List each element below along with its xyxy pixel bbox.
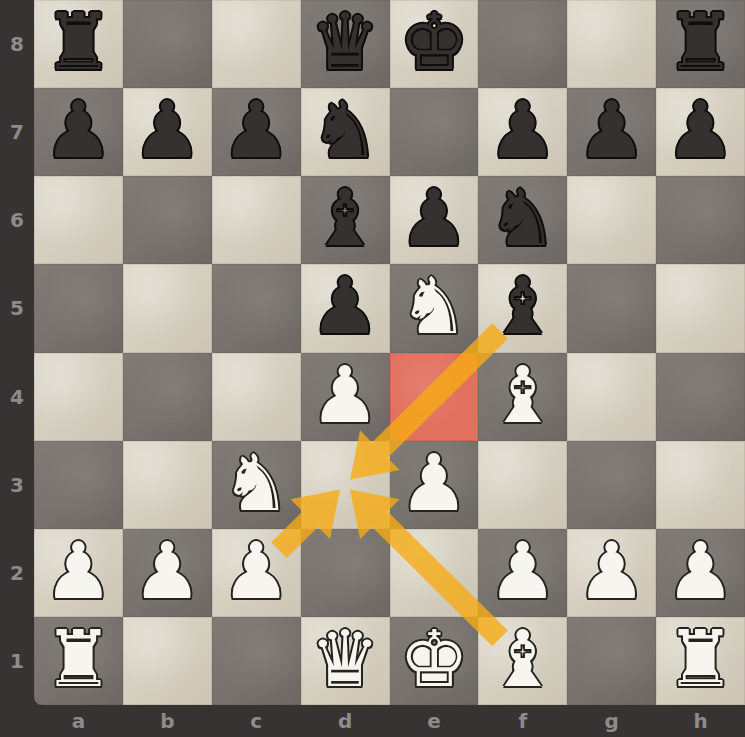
square-g4[interactable] (567, 353, 656, 441)
square-f4[interactable]: ♝ (478, 353, 567, 441)
file-label-b: b (123, 705, 212, 737)
square-c1[interactable] (212, 617, 301, 705)
piece-white-king[interactable]: ♚ (390, 617, 479, 705)
file-label-f: f (478, 705, 567, 737)
piece-white-queen[interactable]: ♛ (301, 617, 390, 705)
piece-white-rook[interactable]: ♜ (656, 617, 745, 705)
square-e5[interactable]: ♞ (390, 264, 479, 352)
square-e6[interactable]: ♟ (390, 176, 479, 264)
square-e2[interactable] (390, 529, 479, 617)
square-b6[interactable] (123, 176, 212, 264)
square-e1[interactable]: ♚ (390, 617, 479, 705)
square-f5[interactable]: ♝ (478, 264, 567, 352)
square-d3[interactable] (301, 441, 390, 529)
square-h6[interactable] (656, 176, 745, 264)
square-f2[interactable]: ♟ (478, 529, 567, 617)
piece-black-knight[interactable]: ♞ (301, 88, 390, 176)
square-e8[interactable]: ♚ (390, 0, 479, 88)
square-f3[interactable] (478, 441, 567, 529)
square-b2[interactable]: ♟ (123, 529, 212, 617)
square-h1[interactable]: ♜ (656, 617, 745, 705)
square-d2[interactable] (301, 529, 390, 617)
square-e7[interactable] (390, 88, 479, 176)
piece-white-pawn[interactable]: ♟ (212, 529, 301, 617)
piece-black-queen[interactable]: ♛ (301, 0, 390, 88)
square-f8[interactable] (478, 0, 567, 88)
file-label-a: a (34, 705, 123, 737)
square-b7[interactable]: ♟ (123, 88, 212, 176)
rank-label-7: 7 (0, 88, 34, 176)
file-label-e: e (390, 705, 479, 737)
chess-board: ♜♛♚♜♟♟♟♞♟♟♟♝♟♞♟♞♝♟♝♞♟♟♟♟♟♟♟♜♛♚♝♜ (34, 0, 745, 705)
piece-white-pawn[interactable]: ♟ (301, 353, 390, 441)
piece-black-pawn[interactable]: ♟ (301, 264, 390, 352)
piece-white-pawn[interactable]: ♟ (34, 529, 123, 617)
piece-black-king[interactable]: ♚ (390, 0, 479, 88)
square-b4[interactable] (123, 353, 212, 441)
square-c8[interactable] (212, 0, 301, 88)
square-g1[interactable] (567, 617, 656, 705)
rank-label-1: 1 (0, 617, 34, 705)
file-label-h: h (656, 705, 745, 737)
square-f7[interactable]: ♟ (478, 88, 567, 176)
square-a5[interactable] (34, 264, 123, 352)
square-d8[interactable]: ♛ (301, 0, 390, 88)
piece-white-knight[interactable]: ♞ (212, 441, 301, 529)
square-g3[interactable] (567, 441, 656, 529)
square-c4[interactable] (212, 353, 301, 441)
square-d7[interactable]: ♞ (301, 88, 390, 176)
piece-white-rook[interactable]: ♜ (34, 617, 123, 705)
piece-black-rook[interactable]: ♜ (656, 0, 745, 88)
square-b5[interactable] (123, 264, 212, 352)
piece-black-pawn[interactable]: ♟ (34, 88, 123, 176)
square-a6[interactable] (34, 176, 123, 264)
file-label-g: g (567, 705, 656, 737)
rank-label-2: 2 (0, 529, 34, 617)
square-h3[interactable] (656, 441, 745, 529)
square-a3[interactable] (34, 441, 123, 529)
rank-label-3: 3 (0, 441, 34, 529)
piece-black-pawn[interactable]: ♟ (478, 88, 567, 176)
square-a8[interactable]: ♜ (34, 0, 123, 88)
square-d6[interactable]: ♝ (301, 176, 390, 264)
square-g2[interactable]: ♟ (567, 529, 656, 617)
file-label-d: d (301, 705, 390, 737)
square-h2[interactable]: ♟ (656, 529, 745, 617)
square-h8[interactable]: ♜ (656, 0, 745, 88)
square-d1[interactable]: ♛ (301, 617, 390, 705)
square-g7[interactable]: ♟ (567, 88, 656, 176)
rank-label-4: 4 (0, 353, 34, 441)
piece-white-knight[interactable]: ♞ (390, 264, 479, 352)
square-a2[interactable]: ♟ (34, 529, 123, 617)
rank-label-8: 8 (0, 0, 34, 88)
piece-black-pawn[interactable]: ♟ (567, 88, 656, 176)
square-h7[interactable]: ♟ (656, 88, 745, 176)
piece-white-pawn[interactable]: ♟ (567, 529, 656, 617)
highlighted-square-e4[interactable] (390, 353, 479, 441)
piece-black-pawn[interactable]: ♟ (656, 88, 745, 176)
square-h5[interactable] (656, 264, 745, 352)
square-d4[interactable]: ♟ (301, 353, 390, 441)
piece-black-bishop[interactable]: ♝ (301, 176, 390, 264)
square-f1[interactable]: ♝ (478, 617, 567, 705)
square-b1[interactable] (123, 617, 212, 705)
piece-black-rook[interactable]: ♜ (34, 0, 123, 88)
chess-app: ♜♛♚♜♟♟♟♞♟♟♟♝♟♞♟♞♝♟♝♞♟♟♟♟♟♟♟♜♛♚♝♜ 8765432… (0, 0, 745, 737)
piece-black-pawn[interactable]: ♟ (123, 88, 212, 176)
piece-white-pawn[interactable]: ♟ (390, 441, 479, 529)
piece-black-bishop[interactable]: ♝ (478, 264, 567, 352)
square-f6[interactable]: ♞ (478, 176, 567, 264)
square-c5[interactable] (212, 264, 301, 352)
square-d5[interactable]: ♟ (301, 264, 390, 352)
square-a4[interactable] (34, 353, 123, 441)
rank-label-6: 6 (0, 176, 34, 264)
piece-white-pawn[interactable]: ♟ (123, 529, 212, 617)
square-e3[interactable]: ♟ (390, 441, 479, 529)
square-g6[interactable] (567, 176, 656, 264)
piece-black-pawn[interactable]: ♟ (390, 176, 479, 264)
piece-black-pawn[interactable]: ♟ (212, 88, 301, 176)
rank-label-5: 5 (0, 264, 34, 352)
square-b8[interactable] (123, 0, 212, 88)
square-c3[interactable]: ♞ (212, 441, 301, 529)
square-c2[interactable]: ♟ (212, 529, 301, 617)
piece-white-bishop[interactable]: ♝ (478, 353, 567, 441)
file-label-c: c (212, 705, 301, 737)
square-b3[interactable] (123, 441, 212, 529)
piece-black-knight[interactable]: ♞ (478, 176, 567, 264)
piece-white-pawn[interactable]: ♟ (478, 529, 567, 617)
piece-white-bishop[interactable]: ♝ (478, 617, 567, 705)
square-c7[interactable]: ♟ (212, 88, 301, 176)
square-a7[interactable]: ♟ (34, 88, 123, 176)
square-a1[interactable]: ♜ (34, 617, 123, 705)
square-h4[interactable] (656, 353, 745, 441)
piece-white-pawn[interactable]: ♟ (656, 529, 745, 617)
square-g8[interactable] (567, 0, 656, 88)
square-g5[interactable] (567, 264, 656, 352)
square-c6[interactable] (212, 176, 301, 264)
